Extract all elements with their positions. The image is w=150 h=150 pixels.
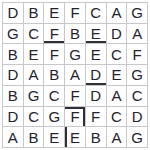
cell-r2c2[interactable]: C [24,24,45,45]
cell-r4c6[interactable]: E [107,65,128,86]
cell-r2c1[interactable]: G [3,24,24,45]
cell-r1c6[interactable]: A [107,3,128,24]
cell-r5c2[interactable]: G [24,86,45,107]
puzzle-board: DBEFCAGGCFBEDABEFGECFDABADEGBGCFDACDCGFF… [2,2,148,148]
cell-r1c4[interactable]: F [65,3,86,24]
cell-r3c4[interactable]: G [65,44,86,65]
cell-r5c7[interactable]: C [127,86,148,107]
cell-r7c2[interactable]: B [24,127,45,148]
cell-r1c3[interactable]: E [44,3,65,24]
cell-r7c6[interactable]: A [107,127,128,148]
cell-r5c1[interactable]: B [3,86,24,107]
cell-r5c4[interactable]: F [65,86,86,107]
cell-r3c1[interactable]: B [3,44,24,65]
cell-r7c4[interactable]: E [65,127,86,148]
cell-r7c7[interactable]: G [127,127,148,148]
cell-r4c5[interactable]: D [86,65,107,86]
cell-r1c1[interactable]: D [3,3,24,24]
cell-r7c5[interactable]: B [86,127,107,148]
cell-r4c1[interactable]: D [3,65,24,86]
cell-r4c7[interactable]: G [127,65,148,86]
cell-r3c3[interactable]: F [44,44,65,65]
cell-r3c2[interactable]: E [24,44,45,65]
cell-r3c7[interactable]: F [127,44,148,65]
cell-r4c2[interactable]: A [24,65,45,86]
cell-r6c1[interactable]: D [3,107,24,128]
cell-r6c6[interactable]: C [107,107,128,128]
cell-r6c3[interactable]: G [44,107,65,128]
cell-r6c2[interactable]: C [24,107,45,128]
cell-r6c4[interactable]: F [65,107,86,128]
cell-r2c6[interactable]: D [107,24,128,45]
cell-r6c7[interactable]: D [127,107,148,128]
cell-r6c5[interactable]: F [86,107,107,128]
cell-r4c4[interactable]: A [65,65,86,86]
cell-r1c7[interactable]: G [127,3,148,24]
cell-r5c3[interactable]: C [44,86,65,107]
cell-r3c5[interactable]: E [86,44,107,65]
cell-r7c1[interactable]: A [3,127,24,148]
cell-r2c3[interactable]: F [44,24,65,45]
cell-r7c3[interactable]: E [44,127,65,148]
cell-r5c5[interactable]: D [86,86,107,107]
cell-r4c3[interactable]: B [44,65,65,86]
cell-r2c7[interactable]: A [127,24,148,45]
cell-r3c6[interactable]: C [107,44,128,65]
cell-r1c2[interactable]: B [24,3,45,24]
cell-r2c5[interactable]: E [86,24,107,45]
cell-r1c5[interactable]: C [86,3,107,24]
cell-r5c6[interactable]: A [107,86,128,107]
cell-r2c4[interactable]: B [65,24,86,45]
